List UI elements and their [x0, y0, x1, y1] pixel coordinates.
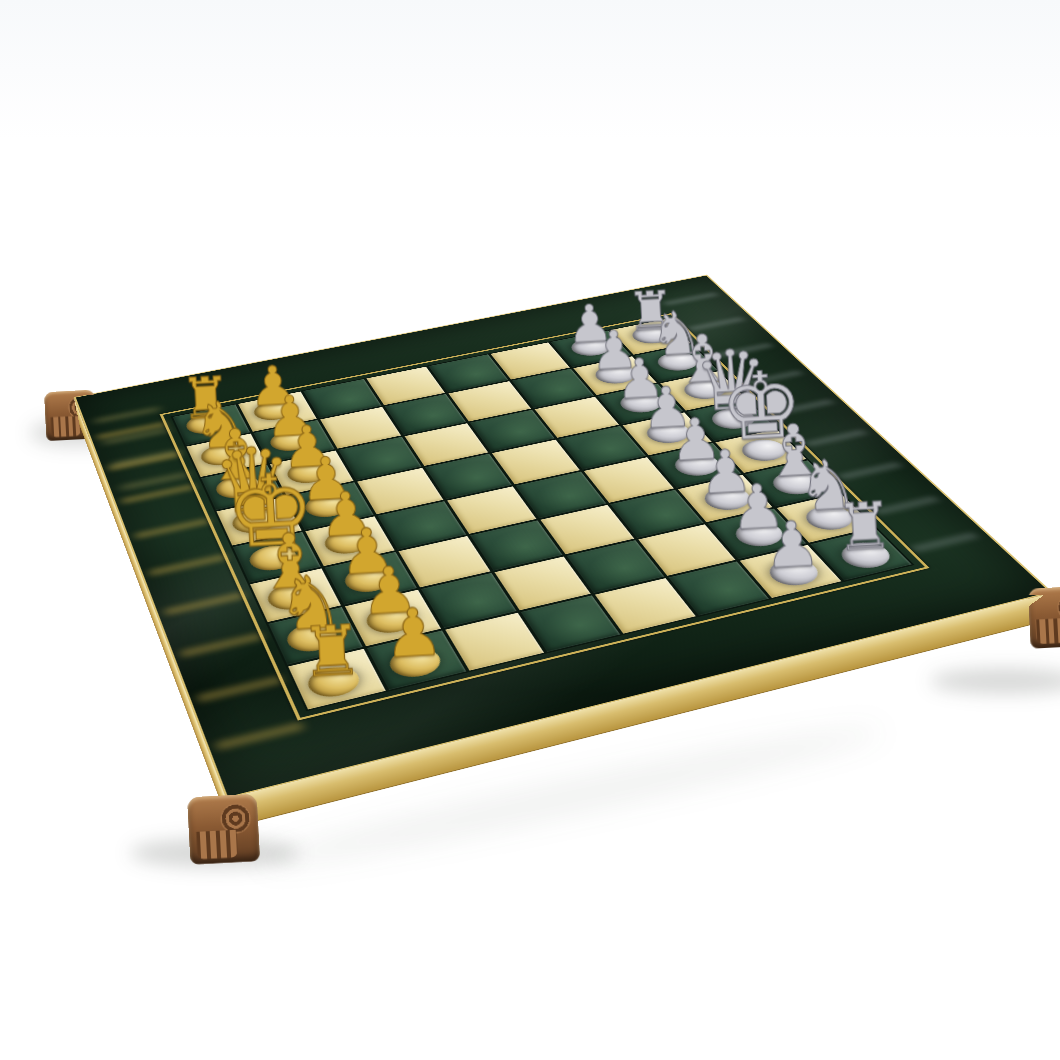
board-3d: ♜♞♝♛♚♝♞♜♟♟♟♟♟♟♟♟♟♟♟♟♟♟♟♟♜♞♝♛♚♝♞♜	[74, 275, 1053, 799]
square-f4	[470, 520, 563, 571]
ionic-column-foot-icon	[187, 794, 260, 865]
piece-glyph: ♟	[726, 509, 859, 579]
square-f5	[541, 505, 634, 554]
foot-shadow-east	[930, 668, 1060, 694]
piece-glyph: ♜	[261, 612, 403, 688]
square-h5	[595, 578, 695, 634]
square-e4	[447, 486, 537, 534]
square-g5	[567, 540, 664, 592]
square-g4	[495, 557, 591, 611]
square-h4	[521, 595, 621, 652]
product-photo-scene: ♜♞♝♛♚♝♞♜♟♟♟♟♟♟♟♟♟♟♟♟♟♟♟♟♜♞♝♛♚♝♞♜	[0, 0, 1060, 1060]
